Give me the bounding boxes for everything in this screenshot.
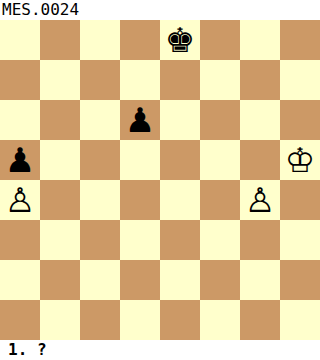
white-king[interactable]: ♔ — [285, 140, 315, 180]
square-g8[interactable] — [240, 20, 280, 60]
square-g7[interactable] — [240, 60, 280, 100]
square-b6[interactable] — [40, 100, 80, 140]
square-b3[interactable] — [40, 220, 80, 260]
square-e3[interactable] — [160, 220, 200, 260]
square-a2[interactable] — [0, 260, 40, 300]
white-pawn[interactable]: ♙ — [5, 180, 35, 220]
square-e5[interactable] — [160, 140, 200, 180]
square-g3[interactable] — [240, 220, 280, 260]
square-e4[interactable] — [160, 180, 200, 220]
square-a4[interactable]: ♙ — [0, 180, 40, 220]
square-h8[interactable] — [280, 20, 320, 60]
square-c6[interactable] — [80, 100, 120, 140]
square-h5[interactable]: ♔ — [280, 140, 320, 180]
square-b1[interactable] — [40, 300, 80, 340]
square-f6[interactable] — [200, 100, 240, 140]
square-e2[interactable] — [160, 260, 200, 300]
black-pawn[interactable]: ♟ — [5, 140, 35, 180]
square-a5[interactable]: ♟ — [0, 140, 40, 180]
square-f5[interactable] — [200, 140, 240, 180]
square-d2[interactable] — [120, 260, 160, 300]
square-a7[interactable] — [0, 60, 40, 100]
square-d5[interactable] — [120, 140, 160, 180]
chess-board: ♚♟♟♔♙♙ — [0, 20, 320, 340]
square-h7[interactable] — [280, 60, 320, 100]
white-pawn[interactable]: ♙ — [245, 180, 275, 220]
square-e7[interactable] — [160, 60, 200, 100]
square-d3[interactable] — [120, 220, 160, 260]
square-c7[interactable] — [80, 60, 120, 100]
square-b7[interactable] — [40, 60, 80, 100]
square-b4[interactable] — [40, 180, 80, 220]
puzzle-title: MES.0024 — [0, 0, 320, 20]
square-g2[interactable] — [240, 260, 280, 300]
black-king[interactable]: ♚ — [165, 20, 195, 60]
square-e6[interactable] — [160, 100, 200, 140]
square-c3[interactable] — [80, 220, 120, 260]
square-h6[interactable] — [280, 100, 320, 140]
square-a1[interactable] — [0, 300, 40, 340]
square-g6[interactable] — [240, 100, 280, 140]
square-f3[interactable] — [200, 220, 240, 260]
square-c5[interactable] — [80, 140, 120, 180]
square-b2[interactable] — [40, 260, 80, 300]
square-b5[interactable] — [40, 140, 80, 180]
square-g1[interactable] — [240, 300, 280, 340]
square-f4[interactable] — [200, 180, 240, 220]
chess-puzzle-diagram: MES.0024 ♚♟♟♔♙♙ 1. ? — [0, 0, 320, 360]
square-c8[interactable] — [80, 20, 120, 60]
square-c2[interactable] — [80, 260, 120, 300]
square-d4[interactable] — [120, 180, 160, 220]
square-c4[interactable] — [80, 180, 120, 220]
square-e8[interactable]: ♚ — [160, 20, 200, 60]
square-d1[interactable] — [120, 300, 160, 340]
square-d8[interactable] — [120, 20, 160, 60]
square-f2[interactable] — [200, 260, 240, 300]
move-prompt: 1. ? — [0, 340, 320, 360]
square-a8[interactable] — [0, 20, 40, 60]
square-f8[interactable] — [200, 20, 240, 60]
square-a3[interactable] — [0, 220, 40, 260]
square-h3[interactable] — [280, 220, 320, 260]
square-d7[interactable] — [120, 60, 160, 100]
square-g4[interactable]: ♙ — [240, 180, 280, 220]
square-a6[interactable] — [0, 100, 40, 140]
square-d6[interactable]: ♟ — [120, 100, 160, 140]
square-f7[interactable] — [200, 60, 240, 100]
black-pawn[interactable]: ♟ — [125, 100, 155, 140]
square-f1[interactable] — [200, 300, 240, 340]
square-e1[interactable] — [160, 300, 200, 340]
square-b8[interactable] — [40, 20, 80, 60]
square-g5[interactable] — [240, 140, 280, 180]
square-h2[interactable] — [280, 260, 320, 300]
square-h4[interactable] — [280, 180, 320, 220]
square-c1[interactable] — [80, 300, 120, 340]
square-h1[interactable] — [280, 300, 320, 340]
